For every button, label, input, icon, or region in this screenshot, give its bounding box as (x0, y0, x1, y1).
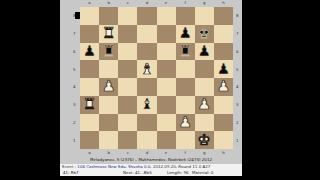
black-pawn: ♟ (217, 61, 230, 76)
board-panel: abcdefgh abcdefgh 87654321 87654321 ♜♟♚♟… (60, 0, 242, 176)
file-labels-top: abcdefgh (80, 0, 233, 6)
white-bishop: ♝ (140, 61, 153, 76)
file-label-c: c (118, 0, 137, 6)
square-b1 (99, 131, 118, 149)
black-pawn: ♟ (83, 43, 96, 58)
square-c7 (118, 25, 137, 43)
square-b5 (99, 60, 118, 78)
square-d7 (137, 25, 156, 43)
square-f4 (176, 78, 195, 96)
file-label-g: g (195, 0, 214, 6)
rank-label-6: 6 (236, 43, 239, 61)
square-h3 (214, 96, 233, 114)
square-f7: ♟ (176, 25, 195, 43)
rank-label-6: 6 (73, 43, 76, 61)
square-d5: ♝ (137, 60, 156, 78)
square-b4: ♟ (99, 78, 118, 96)
file-label-e: e (157, 0, 176, 6)
black-king: ♚ (198, 26, 211, 41)
square-e4 (157, 78, 176, 96)
square-a4 (80, 78, 99, 96)
white-king: ♚ (198, 132, 211, 147)
white-pawn: ♟ (198, 97, 211, 112)
square-g7: ♚ (195, 25, 214, 43)
event-line: Event : 106 Cashmoss New Edu, Shusha 0.0… (62, 164, 241, 169)
rank-label-5: 5 (73, 60, 76, 78)
black-pawn: ♟ (198, 43, 211, 58)
event-name: 106 Cashmoss New Edu, Shusha 0.0 (77, 164, 150, 169)
next-move-label: Next: 41...Bb5 (123, 170, 152, 175)
square-c3 (118, 96, 137, 114)
file-labels-bottom: abcdefgh (80, 150, 233, 156)
square-f3 (176, 96, 195, 114)
current-move-label: 41: Rb7 (63, 170, 79, 175)
rank-label-8: 8 (236, 7, 239, 25)
rank-label-3: 3 (73, 96, 76, 114)
square-h5: ♟ (214, 60, 233, 78)
rank-label-2: 2 (236, 114, 239, 132)
chess-board: ♜♟♚♟♜♜♟♝♟♟♟♜♝♟♟♚ (80, 7, 233, 149)
square-g3: ♟ (195, 96, 214, 114)
square-a7 (80, 25, 99, 43)
square-d2 (137, 114, 156, 132)
file-label-e: e (157, 150, 176, 156)
square-e3 (157, 96, 176, 114)
square-a8 (80, 7, 99, 25)
square-g4 (195, 78, 214, 96)
square-e6 (157, 43, 176, 61)
square-d8 (137, 7, 156, 25)
file-label-b: b (99, 150, 118, 156)
rank-label-5: 5 (236, 60, 239, 78)
rank-labels-right: 87654321 (236, 7, 239, 149)
square-e7 (157, 25, 176, 43)
rank-label-3: 3 (236, 96, 239, 114)
square-e8 (157, 7, 176, 25)
white-pawn: ♟ (217, 79, 230, 94)
black-pawn: ♟ (178, 26, 191, 41)
file-label-b: b (99, 0, 118, 6)
square-h8 (214, 7, 233, 25)
square-h7 (214, 25, 233, 43)
rank-label-4: 4 (236, 78, 239, 96)
file-label-f: f (176, 150, 195, 156)
square-c1 (118, 131, 137, 149)
square-d4 (137, 78, 156, 96)
square-b3 (99, 96, 118, 114)
square-c2 (118, 114, 137, 132)
square-f6: ♜ (176, 43, 195, 61)
square-b2 (99, 114, 118, 132)
square-g1: ♚ (195, 131, 214, 149)
rank-label-1: 1 (236, 131, 239, 149)
square-e2 (157, 114, 176, 132)
square-g5 (195, 60, 214, 78)
game-info-box: Event : 106 Cashmoss New Edu, Shusha 0.0… (60, 164, 242, 177)
square-a2 (80, 114, 99, 132)
square-a3: ♜ (80, 96, 99, 114)
white-pawn: ♟ (102, 79, 115, 94)
square-f5 (176, 60, 195, 78)
square-a5 (80, 60, 99, 78)
file-label-h: h (214, 150, 233, 156)
file-label-f: f (176, 0, 195, 6)
square-f1 (176, 131, 195, 149)
square-d3: ♝ (137, 96, 156, 114)
file-label-d: d (137, 150, 156, 156)
rank-label-1: 1 (73, 131, 76, 149)
square-h6 (214, 43, 233, 61)
rank-label-4: 4 (73, 78, 76, 96)
square-f8 (176, 7, 195, 25)
file-label-a: a (80, 0, 99, 6)
square-d1 (137, 131, 156, 149)
square-b8 (99, 7, 118, 25)
square-a1 (80, 131, 99, 149)
black-rook: ♜ (102, 43, 115, 58)
square-f2: ♟ (176, 114, 195, 132)
players-caption: Meladyanov, S (2376) – Mukhamedov, Nodir… (60, 157, 242, 162)
white-pawn: ♟ (178, 114, 191, 129)
square-h2 (214, 114, 233, 132)
square-b7: ♜ (99, 25, 118, 43)
file-label-d: d (137, 0, 156, 6)
square-c5 (118, 60, 137, 78)
file-label-c: c (118, 150, 137, 156)
material-label: Material: 0 (192, 170, 213, 175)
square-c6 (118, 43, 137, 61)
rank-labels-left: 87654321 (73, 7, 76, 149)
white-rook: ♜ (102, 26, 115, 41)
square-h1 (214, 131, 233, 149)
square-b6: ♜ (99, 43, 118, 61)
moves-line: 41: Rb7 Next: 41...Bb5 Length: 96 Materi… (60, 170, 242, 176)
rank-label-7: 7 (73, 25, 76, 43)
square-e5 (157, 60, 176, 78)
file-label-a: a (80, 150, 99, 156)
rank-label-7: 7 (236, 25, 239, 43)
file-label-h: h (214, 0, 233, 6)
event-details: , 2012.09.20, Round 11.0 A27 (150, 164, 210, 169)
square-e1 (157, 131, 176, 149)
white-rook: ♜ (83, 97, 96, 112)
square-c8 (118, 7, 137, 25)
square-g6: ♟ (195, 43, 214, 61)
file-label-g: g (195, 150, 214, 156)
rank-label-2: 2 (73, 114, 76, 132)
black-rook: ♜ (178, 43, 191, 58)
black-bishop: ♝ (140, 97, 153, 112)
square-d6 (137, 43, 156, 61)
square-h4: ♟ (214, 78, 233, 96)
square-g8 (195, 7, 214, 25)
square-c4 (118, 78, 137, 96)
game-length-label: Length: 96 (167, 170, 189, 175)
square-a6: ♟ (80, 43, 99, 61)
event-label: Event : (62, 164, 77, 169)
square-g2 (195, 114, 214, 132)
